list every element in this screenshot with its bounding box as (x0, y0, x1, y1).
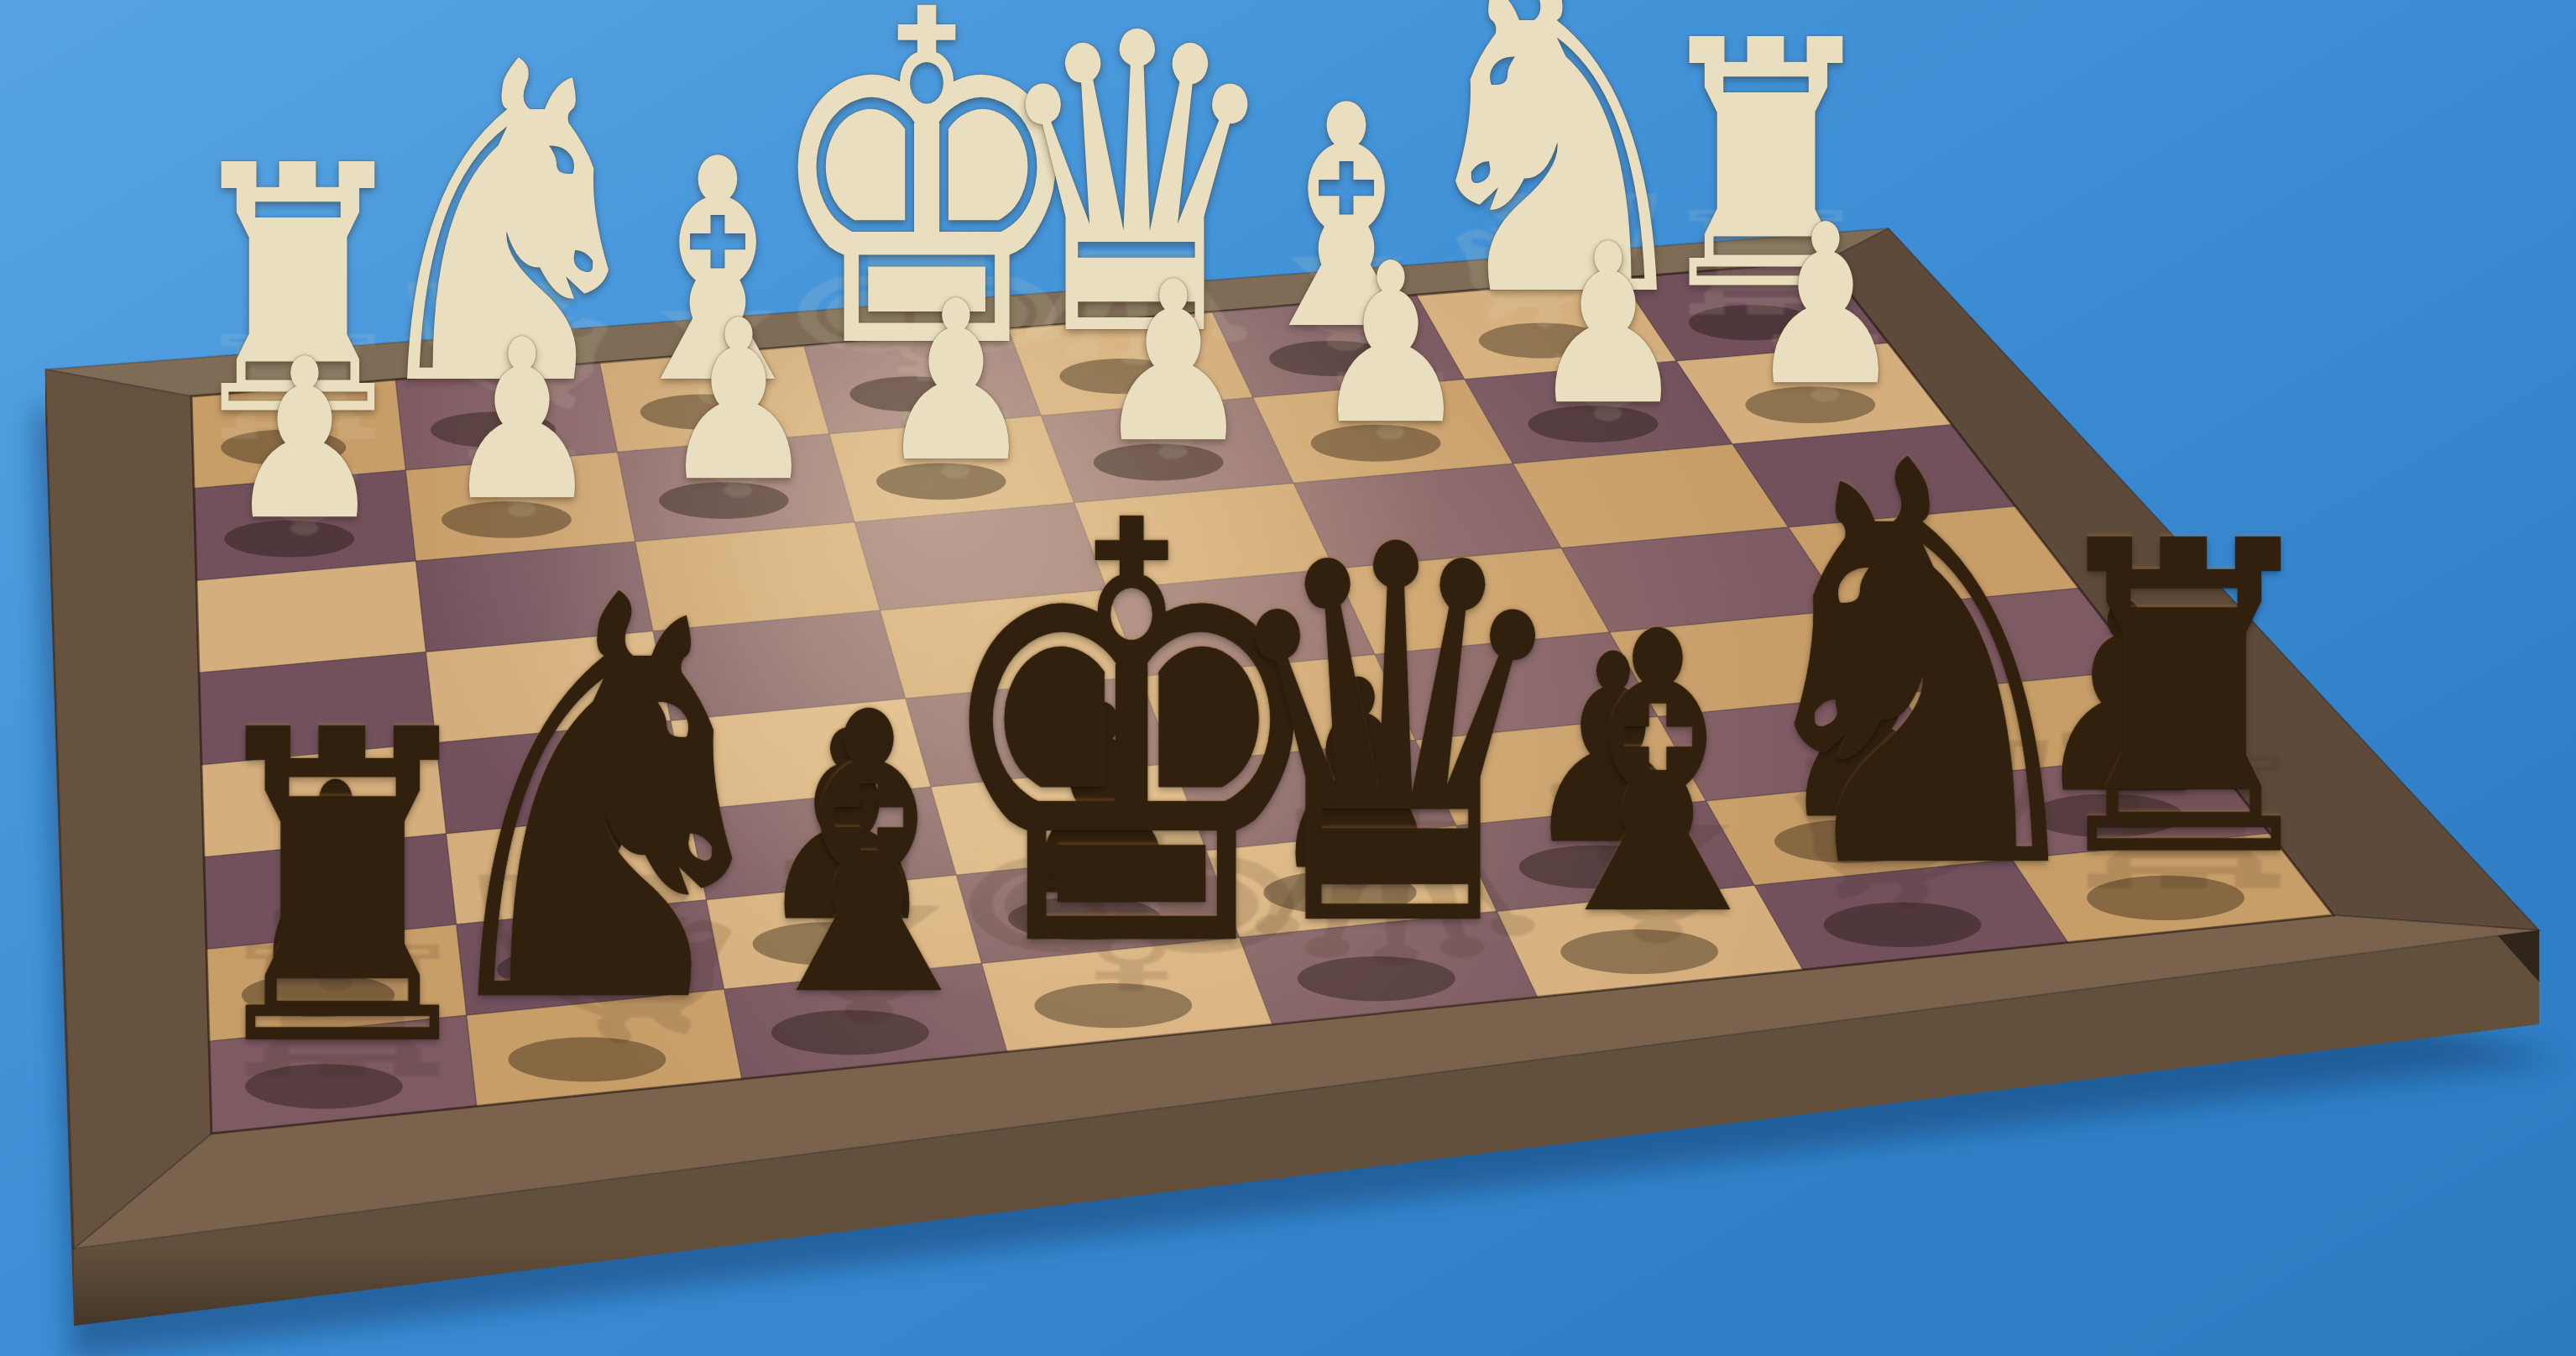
white-pawn-glyph: ♟ (660, 297, 818, 507)
black-rook-glyph: ♜ (2030, 498, 2338, 905)
photo-scene: chess ♜♜♞♞♝♝♚♚♛♛♝♝♞♞♜♜♟♟♟♟♟♟♟♟♟♟♟♟♟♟♟♟♟♟… (0, 0, 2576, 1356)
frame-band-left (45, 369, 212, 1249)
white-pawn-glyph: ♟ (1529, 221, 1688, 431)
white-pawn-glyph: ♟ (225, 336, 384, 546)
